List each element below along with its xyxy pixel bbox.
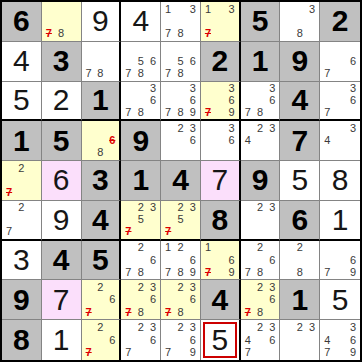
candidate-grid: 2678 — [122, 242, 159, 279]
candidate-digit: 7 — [83, 67, 95, 79]
empty-candidate-slot — [226, 28, 238, 40]
empty-candidate-slot — [187, 147, 199, 159]
eliminated-candidate: 7 — [202, 106, 214, 118]
candidate-grid: 5678 — [122, 43, 159, 80]
cell-r9c7[interactable]: 23467 — [241, 320, 281, 360]
cell-r5c1[interactable]: 27 — [2, 161, 42, 201]
cell-r3c7[interactable]: 3678 — [241, 82, 281, 122]
empty-candidate-slot — [214, 254, 226, 266]
empty-candidate-slot — [266, 346, 278, 359]
cell-r9c8[interactable]: 23 — [280, 320, 320, 360]
sudoku-board: 6789413781375382437856785678219675213678… — [0, 0, 362, 362]
candidate-digit: 6 — [187, 55, 199, 67]
empty-candidate-slot — [242, 147, 254, 159]
cell-r7c1[interactable]: 3 — [2, 241, 42, 281]
eliminated-candidate: 7 — [122, 226, 134, 238]
empty-candidate-slot — [122, 83, 134, 95]
empty-candidate-slot — [321, 122, 334, 134]
empty-candidate-slot — [147, 214, 159, 226]
empty-candidate-slot — [67, 15, 79, 27]
candidate-digit: 6 — [147, 254, 159, 266]
candidate-digit: 3 — [346, 122, 359, 134]
cell-r3c9[interactable]: 367 — [320, 82, 360, 122]
cell-r6c5[interactable]: 2357 — [161, 201, 201, 241]
empty-candidate-slot — [266, 106, 278, 118]
cell-r5c7[interactable]: 9 — [241, 161, 281, 201]
empty-candidate-slot — [106, 147, 118, 159]
empty-candidate-slot — [187, 306, 199, 318]
cell-r3c8[interactable]: 4 — [280, 82, 320, 122]
candidate-digit: 3 — [306, 3, 318, 15]
candidate-grid: 236 — [162, 122, 199, 159]
candidate-digit: 3 — [226, 122, 238, 134]
candidate-grid: 36 — [202, 122, 238, 159]
empty-candidate-slot — [214, 15, 226, 27]
empty-candidate-slot — [334, 242, 347, 254]
empty-candidate-slot — [294, 254, 306, 266]
solved-digit: 5 — [13, 85, 30, 115]
empty-candidate-slot — [321, 242, 334, 254]
cell-r4c1[interactable]: 1 — [2, 121, 42, 161]
empty-candidate-slot — [242, 94, 254, 106]
candidate-digit: 2 — [135, 242, 147, 254]
cell-r7c6[interactable]: 1679 — [201, 241, 241, 281]
given-digit: 5 — [53, 126, 70, 156]
empty-candidate-slot — [55, 3, 67, 15]
candidate-digit: 3 — [306, 321, 318, 334]
empty-candidate-slot — [122, 55, 134, 67]
solved-digit: 9 — [53, 205, 70, 235]
cell-r8c8[interactable]: 1 — [280, 280, 320, 320]
cell-r8c5[interactable]: 23678 — [161, 280, 201, 320]
cell-r1c2[interactable]: 78 — [42, 2, 82, 42]
candidate-digit: 8 — [174, 67, 186, 79]
solved-digit: 5 — [332, 285, 349, 315]
cell-r6c3[interactable]: 4 — [82, 201, 122, 241]
cell-r5c6[interactable]: 7 — [201, 161, 241, 201]
cell-r5c8[interactable]: 5 — [280, 161, 320, 201]
candidate-digit: 2 — [174, 202, 186, 214]
empty-candidate-slot — [254, 83, 266, 95]
candidate-digit: 2 — [15, 202, 27, 214]
candidate-digit: 9 — [346, 266, 359, 278]
candidate-grid: 23 — [281, 321, 318, 359]
candidate-digit: 7 — [3, 226, 15, 238]
cell-r1c1[interactable]: 6 — [2, 2, 42, 42]
cell-r1c7[interactable]: 5 — [241, 2, 281, 42]
empty-candidate-slot — [106, 306, 118, 318]
cell-r6c7[interactable]: 23 — [241, 201, 281, 241]
candidate-grid: 23679 — [162, 321, 199, 359]
cell-r3c6[interactable]: 3679 — [201, 82, 241, 122]
empty-candidate-slot — [242, 226, 254, 238]
empty-candidate-slot — [147, 242, 159, 254]
cell-r2c2[interactable]: 3 — [42, 42, 82, 82]
given-digit: 5 — [252, 6, 269, 36]
empty-candidate-slot — [94, 43, 106, 55]
candidate-grid: 67 — [321, 43, 359, 80]
eliminated-candidate: 6 — [106, 135, 118, 147]
empty-candidate-slot — [83, 147, 95, 159]
cell-r1c4[interactable]: 4 — [121, 2, 161, 42]
empty-candidate-slot — [306, 254, 318, 266]
empty-candidate-slot — [106, 67, 118, 79]
empty-candidate-slot — [83, 281, 95, 293]
cell-r3c1[interactable]: 5 — [2, 82, 42, 122]
candidate-digit: 3 — [346, 321, 359, 334]
given-digit: 9 — [252, 165, 269, 195]
empty-candidate-slot — [187, 43, 199, 55]
empty-candidate-slot — [122, 214, 134, 226]
empty-candidate-slot — [83, 135, 95, 147]
cell-r7c5[interactable]: 126789 — [161, 241, 201, 281]
candidate-digit: 4 — [321, 135, 334, 147]
empty-candidate-slot — [162, 214, 174, 226]
candidate-digit: 8 — [135, 67, 147, 79]
candidate-digit: 8 — [135, 306, 147, 318]
solved-digit: 1 — [332, 205, 349, 235]
cell-r8c4[interactable]: 23678 — [121, 280, 161, 320]
candidate-digit: 4 — [242, 334, 254, 347]
candidate-digit: 2 — [294, 321, 306, 334]
empty-candidate-slot — [135, 334, 147, 347]
candidate-digit: 8 — [135, 266, 147, 278]
candidate-digit: 8 — [254, 266, 266, 278]
empty-candidate-slot — [266, 266, 278, 278]
cell-r1c9[interactable]: 2 — [320, 2, 360, 42]
cell-r5c9[interactable]: 8 — [320, 161, 360, 201]
given-digit: 6 — [291, 205, 308, 235]
empty-candidate-slot — [122, 43, 134, 55]
cell-r9c5[interactable]: 23679 — [161, 320, 201, 360]
empty-candidate-slot — [334, 266, 347, 278]
cell-r2c4[interactable]: 5678 — [121, 42, 161, 82]
candidate-digit: 8 — [294, 266, 306, 278]
cell-r1c3[interactable]: 9 — [82, 2, 122, 42]
candidate-digit: 6 — [187, 254, 199, 266]
candidate-digit: 3 — [187, 281, 199, 293]
candidate-grid: 234 — [242, 122, 279, 159]
candidate-digit: 2 — [174, 242, 186, 254]
empty-candidate-slot — [281, 346, 293, 359]
empty-candidate-slot — [94, 346, 106, 359]
eliminated-candidate: 7 — [202, 266, 214, 278]
candidate-digit: 6 — [147, 55, 159, 67]
cell-r8c7[interactable]: 23678 — [241, 280, 281, 320]
empty-candidate-slot — [43, 15, 55, 27]
cell-r8c1[interactable]: 9 — [2, 280, 42, 320]
cell-r9c2[interactable]: 1 — [42, 320, 82, 360]
empty-candidate-slot — [214, 83, 226, 95]
candidate-grid: 1378 — [162, 3, 199, 40]
eliminated-candidate: 7 — [202, 28, 214, 40]
cell-r8c2[interactable]: 7 — [42, 280, 82, 320]
given-digit: 8 — [13, 325, 30, 355]
cell-r3c4[interactable]: 3678 — [121, 82, 161, 122]
given-digit: 9 — [291, 46, 308, 76]
candidate-digit: 8 — [294, 28, 306, 40]
candidate-digit: 6 — [147, 334, 159, 347]
cell-r8c6[interactable]: 4 — [201, 280, 241, 320]
candidate-grid: 3678 — [242, 83, 279, 119]
empty-candidate-slot — [306, 266, 318, 278]
cell-r4c8[interactable]: 7 — [280, 121, 320, 161]
empty-candidate-slot — [214, 106, 226, 118]
empty-candidate-slot — [106, 281, 118, 293]
candidate-digit: 9 — [187, 106, 199, 118]
cell-r6c8[interactable]: 6 — [280, 201, 320, 241]
empty-candidate-slot — [135, 254, 147, 266]
cell-r2c8[interactable]: 9 — [280, 42, 320, 82]
candidate-digit: 3 — [147, 281, 159, 293]
candidate-digit: 2 — [254, 202, 266, 214]
empty-candidate-slot — [214, 94, 226, 106]
cell-r5c5[interactable]: 4 — [161, 161, 201, 201]
cell-r2c3[interactable]: 78 — [82, 42, 122, 82]
empty-candidate-slot — [281, 3, 293, 15]
cell-r2c1[interactable]: 4 — [2, 42, 42, 82]
empty-candidate-slot — [346, 67, 359, 79]
candidate-grid: 34679 — [321, 321, 359, 359]
empty-candidate-slot — [94, 306, 106, 318]
candidate-digit: 7 — [162, 67, 174, 79]
given-digit: 4 — [53, 245, 70, 275]
empty-candidate-slot — [67, 3, 79, 15]
empty-candidate-slot — [187, 15, 199, 27]
empty-candidate-slot — [15, 226, 27, 238]
empty-candidate-slot — [321, 147, 334, 159]
empty-candidate-slot — [83, 122, 95, 134]
empty-candidate-slot — [94, 135, 106, 147]
candidate-digit: 2 — [135, 281, 147, 293]
empty-candidate-slot — [147, 306, 159, 318]
empty-candidate-slot — [334, 55, 347, 67]
given-digit: 5 — [92, 245, 109, 275]
solved-digit: 1 — [53, 325, 70, 355]
empty-candidate-slot — [187, 67, 199, 79]
cell-r7c7[interactable]: 2678 — [241, 241, 281, 281]
eliminated-candidate: 7 — [162, 306, 174, 318]
candidate-digit: 2 — [254, 281, 266, 293]
cell-r4c6[interactable]: 36 — [201, 121, 241, 161]
cell-r6c1[interactable]: 27 — [2, 201, 42, 241]
empty-candidate-slot — [254, 94, 266, 106]
candidate-digit: 8 — [94, 67, 106, 79]
cell-r5c2[interactable]: 6 — [42, 161, 82, 201]
cell-r2c9[interactable]: 67 — [320, 42, 360, 82]
empty-candidate-slot — [83, 334, 95, 347]
eliminated-candidate: 7 — [83, 306, 95, 318]
candidate-digit: 2 — [254, 242, 266, 254]
candidate-digit: 6 — [346, 55, 359, 67]
candidate-digit: 6 — [266, 334, 278, 347]
candidate-digit: 1 — [162, 242, 174, 254]
empty-candidate-slot — [281, 242, 293, 254]
cell-r7c8[interactable]: 28 — [280, 241, 320, 281]
solved-digit: 3 — [13, 245, 30, 275]
candidate-grid: 2357 — [162, 202, 199, 238]
empty-candidate-slot — [187, 28, 199, 40]
empty-candidate-slot — [281, 321, 293, 334]
empty-candidate-slot — [214, 242, 226, 254]
empty-candidate-slot — [214, 266, 226, 278]
cell-r3c5[interactable]: 36789 — [161, 82, 201, 122]
candidate-digit: 3 — [266, 321, 278, 334]
solved-digit: 5 — [211, 325, 228, 355]
empty-candidate-slot — [202, 94, 214, 106]
candidate-digit: 3 — [266, 122, 278, 134]
cell-r3c2[interactable]: 2 — [42, 82, 82, 122]
cell-r3c3[interactable]: 1 — [82, 82, 122, 122]
empty-candidate-slot — [254, 147, 266, 159]
eliminated-candidate: 7 — [242, 306, 254, 318]
solved-digit: 5 — [291, 165, 308, 195]
cell-r4c9[interactable]: 34 — [320, 121, 360, 161]
empty-candidate-slot — [122, 242, 134, 254]
empty-candidate-slot — [135, 43, 147, 55]
empty-candidate-slot — [106, 43, 118, 55]
candidate-grid: 367 — [321, 83, 359, 119]
empty-candidate-slot — [266, 214, 278, 226]
cell-r7c9[interactable]: 679 — [320, 241, 360, 281]
empty-candidate-slot — [294, 15, 306, 27]
candidate-grid: 137 — [202, 3, 238, 40]
candidate-digit: 8 — [94, 147, 106, 159]
empty-candidate-slot — [334, 254, 347, 266]
cell-r9c3[interactable]: 267 — [82, 320, 122, 360]
empty-candidate-slot — [321, 94, 334, 106]
empty-candidate-slot — [281, 28, 293, 40]
empty-candidate-slot — [254, 226, 266, 238]
empty-candidate-slot — [187, 214, 199, 226]
cell-r5c3[interactable]: 3 — [82, 161, 122, 201]
empty-candidate-slot — [294, 334, 306, 347]
empty-candidate-slot — [122, 281, 134, 293]
candidate-grid: 1679 — [202, 242, 238, 279]
candidate-digit: 8 — [254, 106, 266, 118]
solved-digit: 9 — [92, 6, 109, 36]
empty-candidate-slot — [122, 254, 134, 266]
empty-candidate-slot — [135, 294, 147, 306]
eliminated-candidate: 7 — [162, 226, 174, 238]
empty-candidate-slot — [162, 122, 174, 134]
cell-r1c6[interactable]: 137 — [201, 2, 241, 42]
empty-candidate-slot — [334, 67, 347, 79]
candidate-digit: 4 — [321, 334, 334, 347]
empty-candidate-slot — [55, 15, 67, 27]
empty-candidate-slot — [174, 43, 186, 55]
cell-r2c5[interactable]: 5678 — [161, 42, 201, 82]
empty-candidate-slot — [135, 226, 147, 238]
empty-candidate-slot — [106, 321, 118, 334]
eliminated-candidate: 7 — [83, 346, 95, 359]
given-digit: 6 — [13, 6, 30, 36]
candidate-digit: 7 — [122, 106, 134, 118]
cell-r4c5[interactable]: 236 — [161, 121, 201, 161]
candidate-digit: 9 — [226, 266, 238, 278]
cell-r7c2[interactable]: 4 — [42, 241, 82, 281]
empty-candidate-slot — [306, 346, 318, 359]
empty-candidate-slot — [214, 147, 226, 159]
candidate-grid: 36789 — [162, 83, 199, 119]
cell-r2c7[interactable]: 1 — [241, 42, 281, 82]
cell-r9c4[interactable]: 2367 — [121, 320, 161, 360]
cell-r6c4[interactable]: 2357 — [121, 201, 161, 241]
candidate-digit: 2 — [294, 242, 306, 254]
candidate-grid: 267 — [83, 281, 119, 318]
given-digit: 7 — [291, 126, 308, 156]
candidate-grid: 3678 — [122, 83, 159, 119]
candidate-digit: 3 — [266, 281, 278, 293]
empty-candidate-slot — [83, 321, 95, 334]
cell-r6c9[interactable]: 1 — [320, 201, 360, 241]
candidate-digit: 2 — [135, 321, 147, 334]
cell-r7c4[interactable]: 2678 — [121, 241, 161, 281]
candidate-digit: 9 — [346, 346, 359, 359]
empty-candidate-slot — [122, 202, 134, 214]
cell-r9c6[interactable]: 5 — [201, 320, 241, 360]
candidate-grid: 68 — [83, 122, 119, 159]
cell-r9c1[interactable]: 8 — [2, 320, 42, 360]
candidate-grid: 126789 — [162, 242, 199, 279]
empty-candidate-slot — [174, 226, 186, 238]
cell-r6c2[interactable]: 9 — [42, 201, 82, 241]
cell-r4c4[interactable]: 9 — [121, 121, 161, 161]
candidate-digit: 6 — [266, 94, 278, 106]
empty-candidate-slot — [147, 266, 159, 278]
cell-r1c5[interactable]: 1378 — [161, 2, 201, 42]
empty-candidate-slot — [254, 334, 266, 347]
empty-candidate-slot — [242, 122, 254, 134]
cell-r5c4[interactable]: 1 — [121, 161, 161, 201]
eliminated-candidate: 7 — [3, 187, 15, 199]
cell-r2c6[interactable]: 2 — [201, 42, 241, 82]
cell-r4c2[interactable]: 5 — [42, 121, 82, 161]
empty-candidate-slot — [106, 55, 118, 67]
empty-candidate-slot — [242, 214, 254, 226]
empty-candidate-slot — [122, 94, 134, 106]
solved-digit: 2 — [53, 85, 70, 115]
solved-digit: 8 — [332, 165, 349, 195]
candidate-digit: 3 — [147, 202, 159, 214]
empty-candidate-slot — [106, 122, 118, 134]
candidate-digit: 6 — [106, 294, 118, 306]
candidate-digit: 8 — [254, 306, 266, 318]
empty-candidate-slot — [242, 321, 254, 334]
cell-r4c7[interactable]: 234 — [241, 121, 281, 161]
candidate-grid: 5678 — [162, 43, 199, 80]
candidate-digit: 7 — [242, 266, 254, 278]
empty-candidate-slot — [202, 122, 214, 134]
cell-r7c3[interactable]: 5 — [82, 241, 122, 281]
candidate-grid: 23678 — [122, 281, 159, 318]
empty-candidate-slot — [162, 83, 174, 95]
empty-candidate-slot — [15, 174, 27, 186]
cell-r4c3[interactable]: 68 — [82, 121, 122, 161]
empty-candidate-slot — [281, 266, 293, 278]
given-digit: 1 — [291, 285, 308, 315]
candidate-digit: 7 — [162, 106, 174, 118]
empty-candidate-slot — [254, 346, 266, 359]
cell-r9c9[interactable]: 34679 — [320, 320, 360, 360]
candidate-digit: 8 — [55, 28, 67, 40]
cell-r6c6[interactable]: 8 — [201, 201, 241, 241]
empty-candidate-slot — [254, 135, 266, 147]
cell-r8c9[interactable]: 5 — [320, 280, 360, 320]
cell-r8c3[interactable]: 267 — [82, 280, 122, 320]
cell-r1c8[interactable]: 38 — [280, 2, 320, 42]
candidate-grid: 27 — [3, 162, 40, 199]
